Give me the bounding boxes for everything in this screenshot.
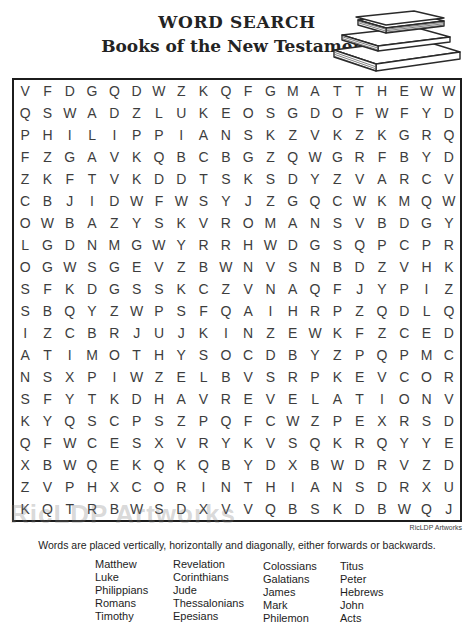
- grid-cell[interactable]: O: [14, 256, 36, 278]
- grid-cell[interactable]: Y: [415, 102, 437, 124]
- grid-cell[interactable]: G: [59, 146, 81, 168]
- grid-cell[interactable]: R: [393, 168, 415, 190]
- grid-cell[interactable]: F: [14, 146, 36, 168]
- grid-cell[interactable]: K: [192, 102, 214, 124]
- grid-cell[interactable]: S: [192, 190, 214, 212]
- grid-cell[interactable]: A: [304, 476, 326, 498]
- grid-cell[interactable]: D: [438, 102, 460, 124]
- grid-cell[interactable]: S: [148, 278, 170, 300]
- grid-cell[interactable]: I: [282, 476, 304, 498]
- grid-cell[interactable]: D: [148, 168, 170, 190]
- grid-cell[interactable]: Z: [348, 124, 370, 146]
- grid-cell[interactable]: U: [148, 322, 170, 344]
- grid-cell[interactable]: J: [59, 190, 81, 212]
- grid-cell[interactable]: I: [81, 190, 103, 212]
- grid-cell[interactable]: W: [326, 454, 348, 476]
- grid-cell[interactable]: H: [81, 476, 103, 498]
- grid-cell[interactable]: R: [348, 432, 370, 454]
- grid-cell[interactable]: B: [170, 146, 192, 168]
- grid-cell[interactable]: C: [192, 278, 214, 300]
- grid-cell[interactable]: V: [237, 498, 259, 520]
- grid-cell[interactable]: F: [36, 432, 58, 454]
- grid-cell[interactable]: N: [14, 366, 36, 388]
- grid-cell[interactable]: S: [14, 388, 36, 410]
- grid-cell[interactable]: U: [438, 476, 460, 498]
- grid-cell[interactable]: Y: [36, 410, 58, 432]
- grid-cell[interactable]: B: [59, 212, 81, 234]
- grid-cell[interactable]: H: [237, 234, 259, 256]
- grid-cell[interactable]: N: [259, 278, 281, 300]
- grid-cell[interactable]: B: [371, 498, 393, 520]
- grid-cell[interactable]: P: [148, 300, 170, 322]
- grid-cell[interactable]: K: [59, 278, 81, 300]
- grid-cell[interactable]: R: [393, 476, 415, 498]
- grid-cell[interactable]: B: [393, 146, 415, 168]
- grid-cell[interactable]: Z: [371, 322, 393, 344]
- grid-cell[interactable]: Y: [237, 454, 259, 476]
- grid-cell[interactable]: P: [304, 366, 326, 388]
- grid-cell[interactable]: D: [170, 168, 192, 190]
- grid-cell[interactable]: G: [282, 102, 304, 124]
- grid-cell[interactable]: X: [282, 454, 304, 476]
- grid-cell[interactable]: S: [259, 168, 281, 190]
- grid-cell[interactable]: O: [415, 366, 437, 388]
- grid-cell[interactable]: Q: [59, 300, 81, 322]
- grid-cell[interactable]: B: [326, 256, 348, 278]
- grid-cell[interactable]: O: [14, 212, 36, 234]
- grid-cell[interactable]: K: [170, 212, 192, 234]
- grid-cell[interactable]: P: [348, 344, 370, 366]
- grid-cell[interactable]: B: [215, 454, 237, 476]
- grid-cell[interactable]: Z: [103, 212, 125, 234]
- grid-cell[interactable]: R: [103, 322, 125, 344]
- grid-cell[interactable]: W: [348, 190, 370, 212]
- grid-cell[interactable]: R: [371, 454, 393, 476]
- grid-cell[interactable]: N: [215, 124, 237, 146]
- grid-cell[interactable]: E: [282, 388, 304, 410]
- grid-cell[interactable]: F: [36, 80, 58, 102]
- grid-cell[interactable]: C: [59, 322, 81, 344]
- grid-cell[interactable]: B: [36, 454, 58, 476]
- grid-cell[interactable]: Y: [215, 432, 237, 454]
- grid-cell[interactable]: E: [103, 432, 125, 454]
- grid-cell[interactable]: O: [393, 388, 415, 410]
- grid-cell[interactable]: V: [192, 388, 214, 410]
- grid-cell[interactable]: D: [81, 278, 103, 300]
- grid-cell[interactable]: T: [36, 344, 58, 366]
- grid-cell[interactable]: T: [237, 476, 259, 498]
- grid-cell[interactable]: W: [36, 212, 58, 234]
- grid-cell[interactable]: J: [170, 322, 192, 344]
- grid-cell[interactable]: K: [237, 432, 259, 454]
- grid-cell[interactable]: W: [259, 234, 281, 256]
- grid-cell[interactable]: A: [326, 388, 348, 410]
- grid-cell[interactable]: Z: [36, 322, 58, 344]
- grid-cell[interactable]: O: [237, 102, 259, 124]
- grid-cell[interactable]: H: [415, 256, 437, 278]
- grid-cell[interactable]: W: [304, 322, 326, 344]
- grid-cell[interactable]: B: [282, 344, 304, 366]
- grid-cell[interactable]: W: [148, 234, 170, 256]
- grid-cell[interactable]: Z: [170, 256, 192, 278]
- grid-cell[interactable]: I: [371, 388, 393, 410]
- grid-cell[interactable]: O: [103, 344, 125, 366]
- grid-cell[interactable]: D: [393, 212, 415, 234]
- grid-cell[interactable]: F: [371, 146, 393, 168]
- grid-cell[interactable]: W: [170, 190, 192, 212]
- grid-cell[interactable]: Q: [215, 410, 237, 432]
- grid-cell[interactable]: H: [282, 300, 304, 322]
- grid-cell[interactable]: Y: [170, 234, 192, 256]
- grid-cell[interactable]: K: [192, 80, 214, 102]
- grid-cell[interactable]: K: [170, 454, 192, 476]
- grid-cell[interactable]: Z: [304, 410, 326, 432]
- grid-cell[interactable]: Z: [215, 278, 237, 300]
- grid-cell[interactable]: B: [192, 256, 214, 278]
- grid-cell[interactable]: V: [237, 278, 259, 300]
- grid-cell[interactable]: R: [192, 234, 214, 256]
- grid-cell[interactable]: V: [103, 146, 125, 168]
- grid-cell[interactable]: Y: [393, 432, 415, 454]
- grid-cell[interactable]: X: [148, 432, 170, 454]
- grid-cell[interactable]: D: [125, 388, 147, 410]
- grid-cell[interactable]: Q: [103, 80, 125, 102]
- grid-cell[interactable]: D: [125, 80, 147, 102]
- grid-cell[interactable]: V: [192, 212, 214, 234]
- grid-cell[interactable]: P: [393, 278, 415, 300]
- grid-cell[interactable]: Q: [371, 344, 393, 366]
- grid-cell[interactable]: J: [348, 278, 370, 300]
- grid-cell[interactable]: C: [103, 410, 125, 432]
- grid-cell[interactable]: Z: [14, 476, 36, 498]
- grid-cell[interactable]: K: [237, 168, 259, 190]
- grid-cell[interactable]: O: [215, 344, 237, 366]
- grid-cell[interactable]: P: [371, 234, 393, 256]
- grid-cell[interactable]: Q: [14, 102, 36, 124]
- grid-cell[interactable]: S: [192, 344, 214, 366]
- grid-cell[interactable]: V: [438, 168, 460, 190]
- grid-cell[interactable]: V: [371, 366, 393, 388]
- grid-cell[interactable]: D: [103, 190, 125, 212]
- grid-cell[interactable]: P: [81, 366, 103, 388]
- grid-cell[interactable]: G: [259, 80, 281, 102]
- grid-cell[interactable]: V: [393, 454, 415, 476]
- grid-cell[interactable]: Q: [81, 454, 103, 476]
- grid-cell[interactable]: N: [215, 476, 237, 498]
- grid-cell[interactable]: N: [81, 234, 103, 256]
- grid-cell[interactable]: V: [348, 168, 370, 190]
- grid-cell[interactable]: K: [14, 410, 36, 432]
- grid-cell[interactable]: D: [348, 498, 370, 520]
- grid-cell[interactable]: Z: [125, 102, 147, 124]
- grid-cell[interactable]: H: [148, 344, 170, 366]
- grid-cell[interactable]: Q: [259, 498, 281, 520]
- grid-cell[interactable]: X: [415, 476, 437, 498]
- grid-cell[interactable]: Y: [371, 278, 393, 300]
- grid-cell[interactable]: I: [170, 124, 192, 146]
- grid-cell[interactable]: W: [438, 190, 460, 212]
- grid-cell[interactable]: N: [237, 256, 259, 278]
- grid-cell[interactable]: D: [438, 322, 460, 344]
- grid-cell[interactable]: Q: [371, 432, 393, 454]
- grid-cell[interactable]: F: [348, 322, 370, 344]
- grid-cell[interactable]: A: [81, 146, 103, 168]
- grid-cell[interactable]: D: [393, 300, 415, 322]
- grid-cell[interactable]: Y: [438, 212, 460, 234]
- grid-cell[interactable]: W: [125, 190, 147, 212]
- grid-cell[interactable]: P: [393, 344, 415, 366]
- grid-cell[interactable]: P: [14, 124, 36, 146]
- grid-cell[interactable]: Q: [14, 432, 36, 454]
- grid-cell[interactable]: M: [103, 234, 125, 256]
- grid-cell[interactable]: Y: [304, 344, 326, 366]
- grid-cell[interactable]: K: [371, 190, 393, 212]
- grid-cell[interactable]: W: [282, 410, 304, 432]
- grid-cell[interactable]: V: [393, 256, 415, 278]
- grid-cell[interactable]: O: [326, 102, 348, 124]
- grid-cell[interactable]: S: [14, 300, 36, 322]
- grid-cell[interactable]: R: [282, 366, 304, 388]
- grid-cell[interactable]: R: [215, 388, 237, 410]
- grid-cell[interactable]: Z: [170, 80, 192, 102]
- grid-cell[interactable]: S: [282, 256, 304, 278]
- grid-cell[interactable]: P: [59, 476, 81, 498]
- grid-cell[interactable]: Z: [438, 278, 460, 300]
- grid-cell[interactable]: Q: [438, 300, 460, 322]
- grid-cell[interactable]: C: [192, 146, 214, 168]
- grid-cell[interactable]: F: [36, 278, 58, 300]
- grid-cell[interactable]: F: [393, 102, 415, 124]
- grid-cell[interactable]: F: [148, 190, 170, 212]
- grid-cell[interactable]: F: [348, 102, 370, 124]
- grid-cell[interactable]: D: [59, 234, 81, 256]
- grid-cell[interactable]: K: [326, 322, 348, 344]
- grid-cell[interactable]: D: [259, 344, 281, 366]
- grid-cell[interactable]: S: [148, 410, 170, 432]
- grid-cell[interactable]: P: [125, 124, 147, 146]
- grid-cell[interactable]: A: [81, 212, 103, 234]
- grid-cell[interactable]: V: [14, 80, 36, 102]
- grid-cell[interactable]: Q: [215, 80, 237, 102]
- grid-cell[interactable]: Z: [14, 168, 36, 190]
- grid-cell[interactable]: N: [326, 476, 348, 498]
- grid-cell[interactable]: P: [415, 234, 437, 256]
- grid-cell[interactable]: O: [237, 212, 259, 234]
- grid-cell[interactable]: K: [259, 124, 281, 146]
- grid-cell[interactable]: L: [304, 388, 326, 410]
- grid-cell[interactable]: B: [304, 454, 326, 476]
- grid-cell[interactable]: V: [237, 366, 259, 388]
- grid-cell[interactable]: P: [125, 410, 147, 432]
- grid-cell[interactable]: E: [215, 102, 237, 124]
- grid-cell[interactable]: V: [259, 256, 281, 278]
- grid-cell[interactable]: F: [237, 80, 259, 102]
- grid-cell[interactable]: C: [393, 322, 415, 344]
- grid-cell[interactable]: F: [326, 278, 348, 300]
- grid-cell[interactable]: P: [326, 300, 348, 322]
- grid-cell[interactable]: X: [59, 366, 81, 388]
- grid-cell[interactable]: R: [393, 410, 415, 432]
- grid-cell[interactable]: T: [125, 344, 147, 366]
- grid-cell[interactable]: W: [59, 102, 81, 124]
- grid-cell[interactable]: I: [259, 300, 281, 322]
- grid-cell[interactable]: B: [81, 322, 103, 344]
- grid-cell[interactable]: K: [326, 366, 348, 388]
- grid-cell[interactable]: A: [282, 278, 304, 300]
- grid-cell[interactable]: Z: [348, 300, 370, 322]
- grid-cell[interactable]: D: [371, 476, 393, 498]
- grid-cell[interactable]: I: [14, 322, 36, 344]
- grid-cell[interactable]: M: [393, 190, 415, 212]
- grid-cell[interactable]: R: [438, 366, 460, 388]
- grid-cell[interactable]: Z: [103, 300, 125, 322]
- grid-cell[interactable]: I: [103, 366, 125, 388]
- grid-cell[interactable]: A: [14, 344, 36, 366]
- grid-cell[interactable]: Z: [148, 366, 170, 388]
- grid-cell[interactable]: X: [14, 454, 36, 476]
- grid-cell[interactable]: T: [192, 168, 214, 190]
- grid-cell[interactable]: I: [103, 124, 125, 146]
- grid-cell[interactable]: S: [348, 476, 370, 498]
- grid-cell[interactable]: V: [348, 212, 370, 234]
- grid-cell[interactable]: C: [415, 168, 437, 190]
- grid-cell[interactable]: G: [36, 234, 58, 256]
- grid-cell[interactable]: V: [259, 388, 281, 410]
- grid-cell[interactable]: C: [326, 190, 348, 212]
- grid-cell[interactable]: X: [103, 476, 125, 498]
- grid-cell[interactable]: Z: [259, 146, 281, 168]
- grid-cell[interactable]: A: [81, 102, 103, 124]
- grid-cell[interactable]: C: [81, 432, 103, 454]
- grid-cell[interactable]: S: [415, 410, 437, 432]
- grid-cell[interactable]: A: [304, 80, 326, 102]
- grid-cell[interactable]: W: [438, 80, 460, 102]
- grid-cell[interactable]: D: [59, 80, 81, 102]
- grid-cell[interactable]: Y: [125, 212, 147, 234]
- grid-cell[interactable]: W: [415, 80, 437, 102]
- grid-cell[interactable]: Y: [170, 344, 192, 366]
- grid-cell[interactable]: W: [125, 366, 147, 388]
- grid-cell[interactable]: B: [282, 498, 304, 520]
- grid-cell[interactable]: S: [237, 124, 259, 146]
- grid-cell[interactable]: Y: [59, 388, 81, 410]
- grid-cell[interactable]: R: [192, 432, 214, 454]
- grid-cell[interactable]: K: [125, 454, 147, 476]
- grid-cell[interactable]: P: [148, 124, 170, 146]
- grid-cell[interactable]: Q: [215, 300, 237, 322]
- grid-cell[interactable]: W: [125, 300, 147, 322]
- grid-cell[interactable]: W: [148, 80, 170, 102]
- grid-cell[interactable]: B: [371, 212, 393, 234]
- grid-cell[interactable]: B: [215, 146, 237, 168]
- grid-cell[interactable]: Q: [415, 498, 437, 520]
- grid-cell[interactable]: S: [36, 366, 58, 388]
- grid-cell[interactable]: S: [14, 278, 36, 300]
- grid-cell[interactable]: G: [81, 80, 103, 102]
- grid-cell[interactable]: P: [326, 410, 348, 432]
- grid-cell[interactable]: C: [393, 366, 415, 388]
- grid-cell[interactable]: Z: [170, 410, 192, 432]
- grid-cell[interactable]: Q: [348, 234, 370, 256]
- grid-cell[interactable]: K: [170, 278, 192, 300]
- grid-cell[interactable]: S: [36, 102, 58, 124]
- grid-cell[interactable]: R: [215, 234, 237, 256]
- grid-cell[interactable]: T: [348, 80, 370, 102]
- grid-cell[interactable]: U: [170, 102, 192, 124]
- grid-cell[interactable]: W: [304, 146, 326, 168]
- grid-cell[interactable]: L: [192, 366, 214, 388]
- grid-cell[interactable]: Q: [148, 146, 170, 168]
- grid-cell[interactable]: Q: [415, 190, 437, 212]
- grid-cell[interactable]: F: [36, 388, 58, 410]
- grid-cell[interactable]: R: [348, 146, 370, 168]
- grid-cell[interactable]: X: [371, 410, 393, 432]
- grid-cell[interactable]: E: [282, 322, 304, 344]
- grid-cell[interactable]: H: [371, 80, 393, 102]
- grid-cell[interactable]: F: [237, 410, 259, 432]
- grid-cell[interactable]: K: [438, 256, 460, 278]
- grid-cell[interactable]: P: [192, 410, 214, 432]
- grid-cell[interactable]: S: [259, 366, 281, 388]
- grid-cell[interactable]: Z: [36, 146, 58, 168]
- grid-cell[interactable]: V: [259, 432, 281, 454]
- grid-cell[interactable]: N: [237, 322, 259, 344]
- grid-cell[interactable]: C: [259, 410, 281, 432]
- grid-cell[interactable]: Q: [304, 190, 326, 212]
- grid-cell[interactable]: Z: [282, 124, 304, 146]
- grid-cell[interactable]: Q: [438, 124, 460, 146]
- grid-cell[interactable]: Q: [59, 410, 81, 432]
- grid-cell[interactable]: G: [237, 146, 259, 168]
- grid-cell[interactable]: I: [192, 476, 214, 498]
- grid-cell[interactable]: A: [192, 124, 214, 146]
- grid-cell[interactable]: K: [36, 168, 58, 190]
- grid-cell[interactable]: Q: [192, 454, 214, 476]
- grid-cell[interactable]: W: [59, 432, 81, 454]
- grid-cell[interactable]: S: [125, 432, 147, 454]
- grid-cell[interactable]: G: [415, 212, 437, 234]
- grid-cell[interactable]: T: [348, 388, 370, 410]
- grid-cell[interactable]: E: [125, 256, 147, 278]
- grid-cell[interactable]: O: [148, 476, 170, 498]
- grid-cell[interactable]: N: [304, 256, 326, 278]
- grid-cell[interactable]: E: [415, 322, 437, 344]
- grid-cell[interactable]: M: [415, 344, 437, 366]
- grid-cell[interactable]: Y: [415, 146, 437, 168]
- grid-cell[interactable]: M: [259, 212, 281, 234]
- grid-cell[interactable]: V: [103, 168, 125, 190]
- grid-cell[interactable]: Z: [259, 190, 281, 212]
- grid-cell[interactable]: S: [125, 278, 147, 300]
- grid-cell[interactable]: Q: [371, 300, 393, 322]
- grid-cell[interactable]: J: [237, 190, 259, 212]
- grid-cell[interactable]: G: [103, 278, 125, 300]
- grid-cell[interactable]: I: [215, 322, 237, 344]
- grid-cell[interactable]: Z: [326, 344, 348, 366]
- grid-cell[interactable]: E: [348, 410, 370, 432]
- grid-cell[interactable]: Q: [304, 278, 326, 300]
- grid-cell[interactable]: F: [59, 168, 81, 190]
- grid-cell[interactable]: K: [192, 322, 214, 344]
- grid-cell[interactable]: L: [415, 300, 437, 322]
- grid-cell[interactable]: D: [438, 410, 460, 432]
- grid-cell[interactable]: C: [393, 234, 415, 256]
- grid-cell[interactable]: V: [304, 124, 326, 146]
- grid-cell[interactable]: S: [81, 410, 103, 432]
- grid-cell[interactable]: V: [438, 388, 460, 410]
- grid-cell[interactable]: Y: [81, 300, 103, 322]
- grid-cell[interactable]: H: [36, 124, 58, 146]
